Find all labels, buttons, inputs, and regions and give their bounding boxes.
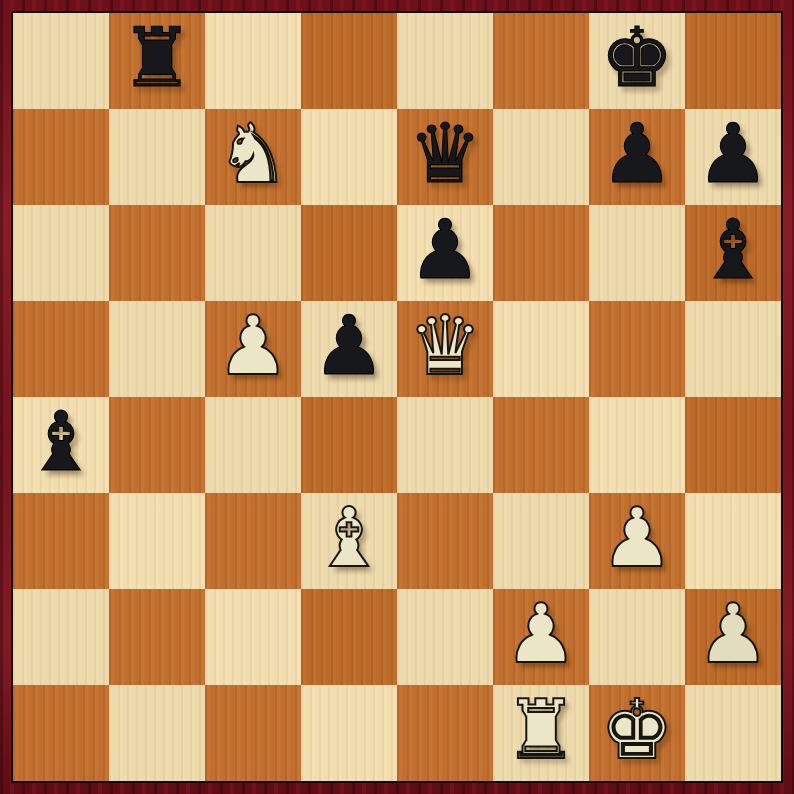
black-pawn-icon: ♟	[696, 113, 770, 195]
square-g3[interactable]: ♟	[589, 493, 685, 589]
black-bishop-icon: ♝	[696, 209, 770, 291]
square-d6[interactable]	[301, 205, 397, 301]
square-h5[interactable]	[685, 301, 781, 397]
white-pawn-icon: ♟	[504, 593, 578, 675]
square-f4[interactable]	[493, 397, 589, 493]
square-c1[interactable]	[205, 685, 301, 781]
square-a8[interactable]	[13, 13, 109, 109]
square-e8[interactable]	[397, 13, 493, 109]
square-b5[interactable]	[109, 301, 205, 397]
white-queen-icon: ♛	[408, 305, 482, 387]
square-c4[interactable]	[205, 397, 301, 493]
square-b8[interactable]: ♜	[109, 13, 205, 109]
square-c3[interactable]	[205, 493, 301, 589]
square-a6[interactable]	[13, 205, 109, 301]
square-a4[interactable]: ♝	[13, 397, 109, 493]
square-h1[interactable]	[685, 685, 781, 781]
black-rook-icon: ♜	[120, 17, 194, 99]
chess-board: ♜♚♞♛♟♟♟♝♟♟♛♝♝♟♟♟♜♚	[11, 11, 783, 783]
square-c6[interactable]	[205, 205, 301, 301]
white-rook-icon: ♜	[504, 689, 578, 771]
square-e3[interactable]	[397, 493, 493, 589]
white-pawn-icon: ♟	[216, 305, 290, 387]
square-e6[interactable]: ♟	[397, 205, 493, 301]
black-pawn-icon: ♟	[600, 113, 674, 195]
square-c2[interactable]	[205, 589, 301, 685]
square-b7[interactable]	[109, 109, 205, 205]
square-d1[interactable]	[301, 685, 397, 781]
square-c7[interactable]: ♞	[205, 109, 301, 205]
square-g4[interactable]	[589, 397, 685, 493]
square-e1[interactable]	[397, 685, 493, 781]
square-h8[interactable]	[685, 13, 781, 109]
square-g8[interactable]: ♚	[589, 13, 685, 109]
square-h4[interactable]	[685, 397, 781, 493]
square-f7[interactable]	[493, 109, 589, 205]
square-f8[interactable]	[493, 13, 589, 109]
square-d4[interactable]	[301, 397, 397, 493]
square-c8[interactable]	[205, 13, 301, 109]
square-g6[interactable]	[589, 205, 685, 301]
square-d8[interactable]	[301, 13, 397, 109]
square-a3[interactable]	[13, 493, 109, 589]
square-e4[interactable]	[397, 397, 493, 493]
square-b1[interactable]	[109, 685, 205, 781]
black-bishop-icon: ♝	[24, 401, 98, 483]
square-g7[interactable]: ♟	[589, 109, 685, 205]
square-g1[interactable]: ♚	[589, 685, 685, 781]
white-knight-icon: ♞	[216, 113, 290, 195]
square-f2[interactable]: ♟	[493, 589, 589, 685]
square-g2[interactable]	[589, 589, 685, 685]
white-bishop-icon: ♝	[312, 497, 386, 579]
square-d7[interactable]	[301, 109, 397, 205]
board-frame: ♜♚♞♛♟♟♟♝♟♟♛♝♝♟♟♟♜♚	[0, 0, 794, 794]
square-h6[interactable]: ♝	[685, 205, 781, 301]
white-pawn-icon: ♟	[696, 593, 770, 675]
black-pawn-icon: ♟	[312, 305, 386, 387]
square-a2[interactable]	[13, 589, 109, 685]
square-e7[interactable]: ♛	[397, 109, 493, 205]
square-d3[interactable]: ♝	[301, 493, 397, 589]
black-queen-icon: ♛	[408, 113, 482, 195]
square-a5[interactable]	[13, 301, 109, 397]
square-f5[interactable]	[493, 301, 589, 397]
black-pawn-icon: ♟	[408, 209, 482, 291]
square-d2[interactable]	[301, 589, 397, 685]
square-c5[interactable]: ♟	[205, 301, 301, 397]
square-h7[interactable]: ♟	[685, 109, 781, 205]
square-g5[interactable]	[589, 301, 685, 397]
square-f6[interactable]	[493, 205, 589, 301]
square-b2[interactable]	[109, 589, 205, 685]
square-b6[interactable]	[109, 205, 205, 301]
square-f3[interactable]	[493, 493, 589, 589]
white-pawn-icon: ♟	[600, 497, 674, 579]
white-king-icon: ♚	[600, 689, 674, 771]
square-e2[interactable]	[397, 589, 493, 685]
black-king-icon: ♚	[600, 17, 674, 99]
square-h3[interactable]	[685, 493, 781, 589]
square-b3[interactable]	[109, 493, 205, 589]
square-f1[interactable]: ♜	[493, 685, 589, 781]
square-b4[interactable]	[109, 397, 205, 493]
square-a1[interactable]	[13, 685, 109, 781]
square-h2[interactable]: ♟	[685, 589, 781, 685]
square-d5[interactable]: ♟	[301, 301, 397, 397]
square-a7[interactable]	[13, 109, 109, 205]
square-e5[interactable]: ♛	[397, 301, 493, 397]
